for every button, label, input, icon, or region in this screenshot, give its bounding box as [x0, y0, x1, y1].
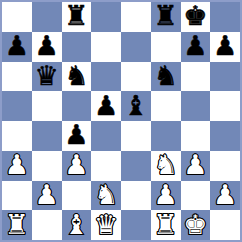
square-c5[interactable]	[62, 91, 92, 121]
square-h8[interactable]	[210, 2, 240, 32]
piece-black-rook[interactable]: ♜	[64, 2, 88, 29]
square-c8[interactable]: ♜	[62, 2, 92, 32]
square-b5[interactable]	[32, 91, 62, 121]
square-a8[interactable]	[2, 2, 32, 32]
square-b7[interactable]: ♟	[32, 32, 62, 62]
square-h3[interactable]	[210, 151, 240, 181]
square-c2[interactable]	[62, 181, 92, 211]
square-d7[interactable]	[91, 32, 121, 62]
square-b8[interactable]	[32, 2, 62, 32]
square-g4[interactable]	[181, 121, 211, 151]
square-h4[interactable]	[210, 121, 240, 151]
square-c4[interactable]: ♟	[62, 121, 92, 151]
square-b3[interactable]	[32, 151, 62, 181]
piece-white-pawn[interactable]: ♟	[64, 151, 88, 178]
square-f5[interactable]	[151, 91, 181, 121]
piece-black-king[interactable]: ♚	[183, 2, 207, 29]
square-g2[interactable]	[181, 181, 211, 211]
square-e2[interactable]	[121, 181, 151, 211]
square-f6[interactable]: ♞	[151, 62, 181, 92]
square-f2[interactable]: ♟	[151, 181, 181, 211]
square-d3[interactable]	[91, 151, 121, 181]
square-e6[interactable]	[121, 62, 151, 92]
square-c1[interactable]: ♝	[62, 210, 92, 240]
square-f4[interactable]	[151, 121, 181, 151]
piece-black-pawn[interactable]: ♟	[64, 121, 88, 148]
piece-black-pawn[interactable]: ♟	[35, 32, 59, 59]
square-h5[interactable]	[210, 91, 240, 121]
square-b1[interactable]	[32, 210, 62, 240]
square-h7[interactable]: ♟	[210, 32, 240, 62]
square-g6[interactable]	[181, 62, 211, 92]
piece-black-knight[interactable]: ♞	[64, 62, 88, 89]
chess-board: ♜♜♚♟♟♟♟♛♞♞♟♝♟♟♟♞♟♟♞♟♟♜♝♛♜♚	[0, 0, 242, 242]
square-e3[interactable]	[121, 151, 151, 181]
piece-white-knight[interactable]: ♞	[94, 181, 118, 208]
square-a6[interactable]	[2, 62, 32, 92]
piece-black-pawn[interactable]: ♟	[94, 92, 118, 119]
square-f3[interactable]: ♞	[151, 151, 181, 181]
square-g5[interactable]	[181, 91, 211, 121]
square-c7[interactable]	[62, 32, 92, 62]
piece-white-pawn[interactable]: ♟	[5, 151, 29, 178]
square-b4[interactable]	[32, 121, 62, 151]
square-g3[interactable]: ♟	[181, 151, 211, 181]
piece-white-pawn[interactable]: ♟	[183, 151, 207, 178]
square-d1[interactable]: ♛	[91, 210, 121, 240]
square-a5[interactable]	[2, 91, 32, 121]
square-h1[interactable]	[210, 210, 240, 240]
piece-white-pawn[interactable]: ♟	[35, 181, 59, 208]
square-g1[interactable]: ♚	[181, 210, 211, 240]
square-b2[interactable]: ♟	[32, 181, 62, 211]
square-e4[interactable]	[121, 121, 151, 151]
square-d2[interactable]: ♞	[91, 181, 121, 211]
piece-black-knight[interactable]: ♞	[154, 62, 178, 89]
square-g8[interactable]: ♚	[181, 2, 211, 32]
square-e1[interactable]	[121, 210, 151, 240]
square-d5[interactable]: ♟	[91, 91, 121, 121]
piece-black-bishop[interactable]: ♝	[124, 92, 148, 119]
square-d4[interactable]	[91, 121, 121, 151]
square-a3[interactable]: ♟	[2, 151, 32, 181]
square-e5[interactable]: ♝	[121, 91, 151, 121]
piece-black-pawn[interactable]: ♟	[183, 32, 207, 59]
square-a7[interactable]: ♟	[2, 32, 32, 62]
piece-white-rook[interactable]: ♜	[5, 211, 29, 238]
square-f1[interactable]: ♜	[151, 210, 181, 240]
square-e8[interactable]	[121, 2, 151, 32]
piece-white-knight[interactable]: ♞	[154, 151, 178, 178]
square-d6[interactable]	[91, 62, 121, 92]
square-f8[interactable]: ♜	[151, 2, 181, 32]
square-d8[interactable]	[91, 2, 121, 32]
piece-white-queen[interactable]: ♛	[94, 211, 118, 238]
square-f7[interactable]	[151, 32, 181, 62]
piece-white-king[interactable]: ♚	[183, 211, 207, 238]
square-a4[interactable]	[2, 121, 32, 151]
piece-white-rook[interactable]: ♜	[154, 211, 178, 238]
piece-white-pawn[interactable]: ♟	[213, 181, 237, 208]
square-b6[interactable]: ♛	[32, 62, 62, 92]
square-c6[interactable]: ♞	[62, 62, 92, 92]
square-a2[interactable]	[2, 181, 32, 211]
square-g7[interactable]: ♟	[181, 32, 211, 62]
piece-white-bishop[interactable]: ♝	[64, 211, 88, 238]
square-h6[interactable]	[210, 62, 240, 92]
piece-white-pawn[interactable]: ♟	[154, 181, 178, 208]
piece-black-pawn[interactable]: ♟	[5, 32, 29, 59]
piece-black-rook[interactable]: ♜	[154, 2, 178, 29]
square-c3[interactable]: ♟	[62, 151, 92, 181]
square-h2[interactable]: ♟	[210, 181, 240, 211]
piece-black-queen[interactable]: ♛	[35, 62, 59, 89]
square-e7[interactable]	[121, 32, 151, 62]
square-a1[interactable]: ♜	[2, 210, 32, 240]
piece-black-pawn[interactable]: ♟	[213, 32, 237, 59]
